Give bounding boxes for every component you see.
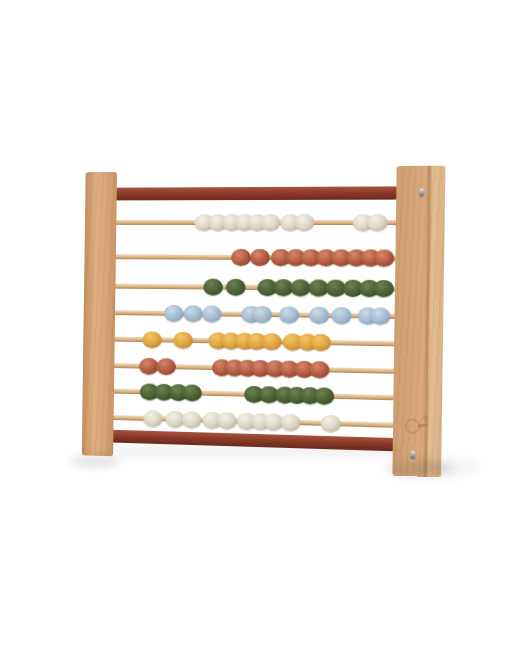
bird-logo-icon <box>404 415 429 436</box>
bead-r2-1[interactable] <box>231 248 251 265</box>
bead-r8-9[interactable] <box>280 413 300 431</box>
bead-r8-5[interactable] <box>217 411 237 428</box>
bead-r4-2[interactable] <box>183 305 203 322</box>
abacus <box>6 0 516 645</box>
screw-top-icon <box>419 188 424 196</box>
bead-r8-1[interactable] <box>143 410 163 427</box>
logo-beak <box>418 424 428 427</box>
top-crossbar <box>112 186 402 200</box>
bead-r4-7[interactable] <box>309 306 329 323</box>
bead-r4-5[interactable] <box>252 305 272 322</box>
bead-r2-2[interactable] <box>250 248 270 265</box>
floor-shadow <box>420 460 480 474</box>
bead-r8-3[interactable] <box>182 411 202 428</box>
left-post-shadow <box>70 455 120 467</box>
bead-r5-2[interactable] <box>173 331 193 348</box>
bead-r3-2[interactable] <box>226 278 246 295</box>
bead-r5-1[interactable] <box>142 331 162 348</box>
bead-r1-10[interactable] <box>367 213 388 230</box>
bead-r4-3[interactable] <box>202 305 222 322</box>
bead-r3-10[interactable] <box>373 279 394 296</box>
left-post <box>82 172 117 456</box>
bead-r3-1[interactable] <box>203 278 223 295</box>
bead-r1-6[interactable] <box>260 213 280 230</box>
bead-r6-2[interactable] <box>156 358 176 375</box>
bead-r2-10[interactable] <box>374 249 395 266</box>
logo-trademark-dot <box>423 415 428 420</box>
bead-r5-10[interactable] <box>311 333 331 350</box>
bead-r7-10[interactable] <box>314 387 334 405</box>
bottom-bar-shadow <box>115 446 400 456</box>
bead-r4-1[interactable] <box>164 304 184 321</box>
product-photo-scene <box>0 0 516 645</box>
screw-bottom-icon <box>410 451 415 459</box>
bead-r4-6[interactable] <box>279 306 299 323</box>
bead-r5-7[interactable] <box>262 333 282 350</box>
bead-r8-10[interactable] <box>321 414 341 432</box>
bead-r6-10[interactable] <box>309 360 329 378</box>
bead-r4-8[interactable] <box>331 306 352 323</box>
bead-r7-4[interactable] <box>182 384 202 401</box>
bead-r1-8[interactable] <box>294 213 314 230</box>
bead-r4-10[interactable] <box>370 307 391 325</box>
